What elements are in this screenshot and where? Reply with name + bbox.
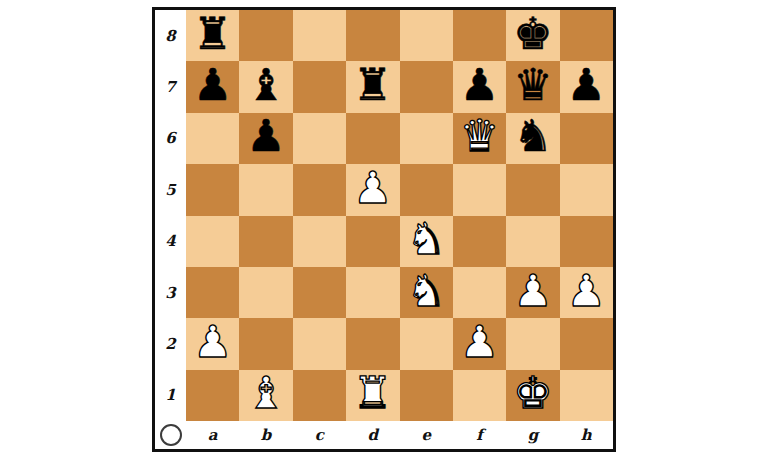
square-h2[interactable] (560, 318, 613, 369)
square-g4[interactable] (506, 216, 559, 267)
square-a6[interactable] (186, 113, 239, 164)
file-label-d: d (346, 421, 399, 449)
piece-black-knight: ♞ (513, 114, 552, 158)
square-f1[interactable] (453, 370, 506, 421)
piece-white-pawn: ♟ (353, 166, 392, 210)
square-d2[interactable] (346, 318, 399, 369)
square-c3[interactable] (293, 267, 346, 318)
square-h6[interactable] (560, 113, 613, 164)
square-g3[interactable]: ♟ (506, 267, 559, 318)
square-c7[interactable] (293, 61, 346, 112)
piece-white-knight: ♞ (406, 217, 445, 261)
square-h4[interactable] (560, 216, 613, 267)
square-b4[interactable] (239, 216, 292, 267)
piece-white-pawn: ♟ (460, 320, 499, 364)
square-g5[interactable] (506, 164, 559, 215)
square-f8[interactable] (453, 10, 506, 61)
chess-diagram-page: { "game": "chess", "position": { "fen": … (0, 0, 768, 460)
square-h1[interactable] (560, 370, 613, 421)
square-e1[interactable] (400, 370, 453, 421)
square-a5[interactable] (186, 164, 239, 215)
file-label-e: e (400, 421, 453, 449)
piece-black-pawn: ♟ (460, 63, 499, 107)
square-b1[interactable]: ♝ (239, 370, 292, 421)
rank-label-5: 5 (155, 164, 186, 215)
side-to-move-cell (155, 421, 186, 449)
square-g1[interactable]: ♚ (506, 370, 559, 421)
square-d5[interactable]: ♟ (346, 164, 399, 215)
square-d4[interactable] (346, 216, 399, 267)
rank-label-1: 1 (155, 370, 186, 421)
square-g8[interactable]: ♚ (506, 10, 559, 61)
square-a1[interactable] (186, 370, 239, 421)
file-label-g: g (506, 421, 559, 449)
rank-label-4: 4 (155, 216, 186, 267)
square-b6[interactable]: ♟ (239, 113, 292, 164)
square-c4[interactable] (293, 216, 346, 267)
rank-label-6: 6 (155, 113, 186, 164)
piece-black-king: ♚ (513, 12, 552, 56)
square-h8[interactable] (560, 10, 613, 61)
square-d1[interactable]: ♜ (346, 370, 399, 421)
square-h3[interactable]: ♟ (560, 267, 613, 318)
file-label-c: c (293, 421, 346, 449)
square-a2[interactable]: ♟ (186, 318, 239, 369)
square-a8[interactable]: ♜ (186, 10, 239, 61)
square-e8[interactable] (400, 10, 453, 61)
square-g7[interactable]: ♛ (506, 61, 559, 112)
square-d6[interactable] (346, 113, 399, 164)
square-f4[interactable] (453, 216, 506, 267)
piece-white-queen: ♛ (460, 114, 499, 158)
square-g6[interactable]: ♞ (506, 113, 559, 164)
square-d8[interactable] (346, 10, 399, 61)
piece-black-pawn: ♟ (246, 114, 285, 158)
piece-white-pawn: ♟ (193, 320, 232, 364)
square-e3[interactable]: ♞ (400, 267, 453, 318)
square-e2[interactable] (400, 318, 453, 369)
square-g2[interactable] (506, 318, 559, 369)
square-d3[interactable] (346, 267, 399, 318)
file-label-h: h (560, 421, 613, 449)
piece-black-rook: ♜ (193, 12, 232, 56)
square-h7[interactable]: ♟ (560, 61, 613, 112)
piece-black-rook: ♜ (353, 63, 392, 107)
file-label-b: b (239, 421, 292, 449)
square-c8[interactable] (293, 10, 346, 61)
square-e5[interactable] (400, 164, 453, 215)
square-e6[interactable] (400, 113, 453, 164)
square-e7[interactable] (400, 61, 453, 112)
square-c5[interactable] (293, 164, 346, 215)
rank-label-3: 3 (155, 267, 186, 318)
square-d7[interactable]: ♜ (346, 61, 399, 112)
square-b3[interactable] (239, 267, 292, 318)
square-f5[interactable] (453, 164, 506, 215)
square-a4[interactable] (186, 216, 239, 267)
square-a3[interactable] (186, 267, 239, 318)
square-f2[interactable]: ♟ (453, 318, 506, 369)
piece-black-bishop: ♝ (246, 63, 285, 107)
square-f6[interactable]: ♛ (453, 113, 506, 164)
square-f7[interactable]: ♟ (453, 61, 506, 112)
piece-black-pawn: ♟ (567, 63, 606, 107)
square-c2[interactable] (293, 318, 346, 369)
piece-black-pawn: ♟ (193, 63, 232, 107)
square-b5[interactable] (239, 164, 292, 215)
piece-white-king: ♚ (513, 371, 552, 415)
piece-white-knight: ♞ (406, 269, 445, 313)
square-b8[interactable] (239, 10, 292, 61)
square-a7[interactable]: ♟ (186, 61, 239, 112)
rank-label-7: 7 (155, 61, 186, 112)
square-e4[interactable]: ♞ (400, 216, 453, 267)
square-c1[interactable] (293, 370, 346, 421)
piece-white-pawn: ♟ (513, 269, 552, 313)
piece-white-rook: ♜ (353, 371, 392, 415)
rank-label-8: 8 (155, 10, 186, 61)
square-b2[interactable] (239, 318, 292, 369)
square-c6[interactable] (293, 113, 346, 164)
file-label-a: a (186, 421, 239, 449)
file-label-f: f (453, 421, 506, 449)
chess-board: 8♜♚7♟♝♜♟♛♟6♟♛♞5♟4♞3♞♟♟2♟♟1♝♜♚abcdefgh (152, 7, 616, 452)
square-h5[interactable] (560, 164, 613, 215)
piece-black-queen: ♛ (513, 63, 552, 107)
piece-white-bishop: ♝ (246, 371, 285, 415)
square-b7[interactable]: ♝ (239, 61, 292, 112)
white-to-move-circle-icon (160, 424, 182, 446)
rank-label-2: 2 (155, 318, 186, 369)
square-f3[interactable] (453, 267, 506, 318)
piece-white-pawn: ♟ (567, 269, 606, 313)
